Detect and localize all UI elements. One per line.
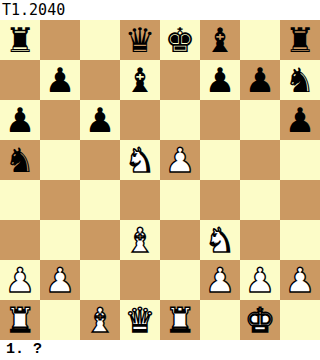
square-e4[interactable] <box>160 180 200 220</box>
square-h6[interactable]: ♟ <box>280 100 320 140</box>
chess-board: ♜♛♚♝♜♟♝♟♟♞♟♟♟♞♞♟♝♞♟♟♟♟♟♜♝♛♜♚ <box>0 20 320 340</box>
footer: 1. ? <box>0 340 320 360</box>
square-d2[interactable] <box>120 260 160 300</box>
square-e8[interactable]: ♚ <box>160 20 200 60</box>
square-b5[interactable] <box>40 140 80 180</box>
white-knight: ♞ <box>125 140 155 180</box>
square-c8[interactable] <box>80 20 120 60</box>
black-pawn: ♟ <box>5 100 35 140</box>
square-d3[interactable]: ♝ <box>120 220 160 260</box>
square-a2[interactable]: ♟ <box>0 260 40 300</box>
square-b6[interactable] <box>40 100 80 140</box>
square-f1[interactable] <box>200 300 240 340</box>
square-h5[interactable] <box>280 140 320 180</box>
black-rook: ♜ <box>285 20 315 60</box>
square-d6[interactable] <box>120 100 160 140</box>
black-pawn: ♟ <box>285 100 315 140</box>
square-a6[interactable]: ♟ <box>0 100 40 140</box>
square-c6[interactable]: ♟ <box>80 100 120 140</box>
square-c3[interactable] <box>80 220 120 260</box>
white-pawn: ♟ <box>245 260 275 300</box>
square-c1[interactable]: ♝ <box>80 300 120 340</box>
square-h4[interactable] <box>280 180 320 220</box>
square-b8[interactable] <box>40 20 80 60</box>
header: T1.2040 <box>0 0 320 20</box>
black-pawn: ♟ <box>85 100 115 140</box>
square-a3[interactable] <box>0 220 40 260</box>
square-g2[interactable]: ♟ <box>240 260 280 300</box>
white-queen: ♛ <box>125 300 155 340</box>
square-c4[interactable] <box>80 180 120 220</box>
square-f5[interactable] <box>200 140 240 180</box>
move-prompt: 1. ? <box>6 341 42 359</box>
square-c2[interactable] <box>80 260 120 300</box>
white-pawn: ♟ <box>165 140 195 180</box>
square-h2[interactable]: ♟ <box>280 260 320 300</box>
square-a8[interactable]: ♜ <box>0 20 40 60</box>
white-bishop: ♝ <box>125 220 155 260</box>
square-d1[interactable]: ♛ <box>120 300 160 340</box>
square-a1[interactable]: ♜ <box>0 300 40 340</box>
square-f7[interactable]: ♟ <box>200 60 240 100</box>
square-b3[interactable] <box>40 220 80 260</box>
white-pawn: ♟ <box>285 260 315 300</box>
chess-puzzle-app: T1.2040 ♜♛♚♝♜♟♝♟♟♞♟♟♟♞♞♟♝♞♟♟♟♟♟♜♝♛♜♚ 1. … <box>0 0 320 360</box>
white-knight: ♞ <box>205 220 235 260</box>
square-g8[interactable] <box>240 20 280 60</box>
square-b2[interactable]: ♟ <box>40 260 80 300</box>
square-d5[interactable]: ♞ <box>120 140 160 180</box>
square-a7[interactable] <box>0 60 40 100</box>
black-rook: ♜ <box>5 20 35 60</box>
square-h8[interactable]: ♜ <box>280 20 320 60</box>
square-e2[interactable] <box>160 260 200 300</box>
black-bishop: ♝ <box>205 20 235 60</box>
white-pawn: ♟ <box>5 260 35 300</box>
black-bishop: ♝ <box>125 60 155 100</box>
white-pawn: ♟ <box>205 260 235 300</box>
square-f8[interactable]: ♝ <box>200 20 240 60</box>
square-e3[interactable] <box>160 220 200 260</box>
square-c7[interactable] <box>80 60 120 100</box>
square-e5[interactable]: ♟ <box>160 140 200 180</box>
puzzle-title: T1.2040 <box>2 1 65 19</box>
square-e7[interactable] <box>160 60 200 100</box>
square-f3[interactable]: ♞ <box>200 220 240 260</box>
square-d8[interactable]: ♛ <box>120 20 160 60</box>
square-g4[interactable] <box>240 180 280 220</box>
square-f4[interactable] <box>200 180 240 220</box>
square-b1[interactable] <box>40 300 80 340</box>
square-f6[interactable] <box>200 100 240 140</box>
white-rook: ♜ <box>5 300 35 340</box>
square-e1[interactable]: ♜ <box>160 300 200 340</box>
square-b4[interactable] <box>40 180 80 220</box>
square-g3[interactable] <box>240 220 280 260</box>
white-bishop: ♝ <box>85 300 115 340</box>
square-d7[interactable]: ♝ <box>120 60 160 100</box>
square-g7[interactable]: ♟ <box>240 60 280 100</box>
square-d4[interactable] <box>120 180 160 220</box>
square-g5[interactable] <box>240 140 280 180</box>
square-h7[interactable]: ♞ <box>280 60 320 100</box>
square-f2[interactable]: ♟ <box>200 260 240 300</box>
black-knight: ♞ <box>5 140 35 180</box>
white-king: ♚ <box>245 300 275 340</box>
black-king: ♚ <box>165 20 195 60</box>
black-pawn: ♟ <box>205 60 235 100</box>
square-g6[interactable] <box>240 100 280 140</box>
black-pawn: ♟ <box>245 60 275 100</box>
black-queen: ♛ <box>125 20 155 60</box>
square-h1[interactable] <box>280 300 320 340</box>
square-b7[interactable]: ♟ <box>40 60 80 100</box>
square-g1[interactable]: ♚ <box>240 300 280 340</box>
black-pawn: ♟ <box>45 60 75 100</box>
square-h3[interactable] <box>280 220 320 260</box>
black-knight: ♞ <box>285 60 315 100</box>
white-rook: ♜ <box>165 300 195 340</box>
square-a4[interactable] <box>0 180 40 220</box>
square-a5[interactable]: ♞ <box>0 140 40 180</box>
square-c5[interactable] <box>80 140 120 180</box>
square-e6[interactable] <box>160 100 200 140</box>
white-pawn: ♟ <box>45 260 75 300</box>
